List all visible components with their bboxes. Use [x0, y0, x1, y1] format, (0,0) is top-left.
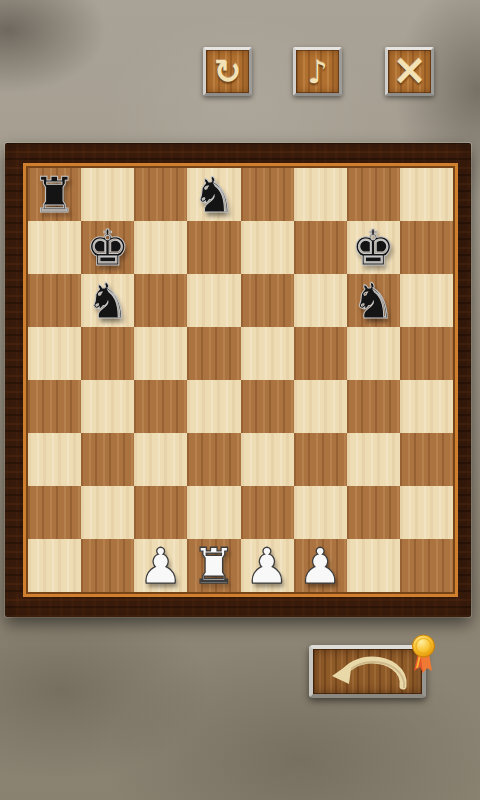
piece-white-pawn-f1[interactable]: ♟: [294, 539, 347, 592]
square-f1[interactable]: ♟: [294, 539, 347, 592]
square-h6[interactable]: [400, 274, 453, 327]
square-f8[interactable]: [294, 168, 347, 221]
square-e3[interactable]: [241, 433, 294, 486]
restart-icon: ↻: [214, 55, 242, 88]
square-d3[interactable]: [187, 433, 240, 486]
square-d5[interactable]: [187, 327, 240, 380]
square-f6[interactable]: [294, 274, 347, 327]
square-e7[interactable]: [241, 221, 294, 274]
undo-arrow-icon: [325, 652, 411, 692]
square-g3[interactable]: [347, 433, 400, 486]
square-d6[interactable]: [187, 274, 240, 327]
square-d1[interactable]: ♜: [187, 539, 240, 592]
square-g2[interactable]: [347, 486, 400, 539]
square-h4[interactable]: [400, 380, 453, 433]
music-button[interactable]: ♪: [293, 47, 342, 96]
square-h8[interactable]: [400, 168, 453, 221]
square-b1[interactable]: [81, 539, 134, 592]
square-e2[interactable]: [241, 486, 294, 539]
square-f5[interactable]: [294, 327, 347, 380]
square-b5[interactable]: [81, 327, 134, 380]
square-e5[interactable]: [241, 327, 294, 380]
square-d8[interactable]: ♞: [187, 168, 240, 221]
square-b4[interactable]: [81, 380, 134, 433]
background-texture: ↻ ♪ × ♜♞♚♚♞♞♟♜♟♟: [0, 0, 480, 800]
square-b3[interactable]: [81, 433, 134, 486]
square-g4[interactable]: [347, 380, 400, 433]
square-a4[interactable]: [28, 380, 81, 433]
square-g7[interactable]: ♚: [347, 221, 400, 274]
square-h3[interactable]: [400, 433, 453, 486]
square-c1[interactable]: ♟: [134, 539, 187, 592]
square-a8[interactable]: ♜: [28, 168, 81, 221]
piece-black-knight-b6[interactable]: ♞: [81, 274, 134, 327]
square-f2[interactable]: [294, 486, 347, 539]
square-c6[interactable]: [134, 274, 187, 327]
square-g6[interactable]: ♞: [347, 274, 400, 327]
square-a2[interactable]: [28, 486, 81, 539]
square-g1[interactable]: [347, 539, 400, 592]
undo-button[interactable]: [309, 645, 426, 698]
close-icon: ×: [392, 51, 427, 89]
square-a7[interactable]: [28, 221, 81, 274]
piece-black-rook-a8[interactable]: ♜: [28, 168, 81, 221]
piece-black-king-g7[interactable]: ♚: [347, 221, 400, 274]
square-h1[interactable]: [400, 539, 453, 592]
square-b2[interactable]: [81, 486, 134, 539]
music-note-icon: ♪: [307, 56, 327, 88]
square-d4[interactable]: [187, 380, 240, 433]
close-button[interactable]: ×: [385, 47, 434, 96]
app-screen: ↻ ♪ × ♜♞♚♚♞♞♟♜♟♟: [0, 0, 480, 800]
square-e6[interactable]: [241, 274, 294, 327]
square-b6[interactable]: ♞: [81, 274, 134, 327]
square-a3[interactable]: [28, 433, 81, 486]
piece-black-knight-g6[interactable]: ♞: [347, 274, 400, 327]
square-e8[interactable]: [241, 168, 294, 221]
restart-button[interactable]: ↻: [203, 47, 252, 96]
piece-black-knight-d8[interactable]: ♞: [187, 168, 240, 221]
square-c8[interactable]: [134, 168, 187, 221]
square-c4[interactable]: [134, 380, 187, 433]
square-c2[interactable]: [134, 486, 187, 539]
square-a1[interactable]: [28, 539, 81, 592]
chess-board: ♜♞♚♚♞♞♟♜♟♟: [28, 168, 453, 592]
square-g8[interactable]: [347, 168, 400, 221]
square-f4[interactable]: [294, 380, 347, 433]
square-h5[interactable]: [400, 327, 453, 380]
square-d2[interactable]: [187, 486, 240, 539]
square-f7[interactable]: [294, 221, 347, 274]
square-c3[interactable]: [134, 433, 187, 486]
piece-white-pawn-e1[interactable]: ♟: [241, 539, 294, 592]
piece-black-king-b7[interactable]: ♚: [81, 221, 134, 274]
square-e1[interactable]: ♟: [241, 539, 294, 592]
square-e4[interactable]: [241, 380, 294, 433]
chess-board-frame: ♜♞♚♚♞♞♟♜♟♟: [5, 143, 471, 617]
square-a5[interactable]: [28, 327, 81, 380]
square-h2[interactable]: [400, 486, 453, 539]
square-c7[interactable]: [134, 221, 187, 274]
square-a6[interactable]: [28, 274, 81, 327]
square-f3[interactable]: [294, 433, 347, 486]
square-h7[interactable]: [400, 221, 453, 274]
square-b8[interactable]: [81, 168, 134, 221]
piece-white-rook-d1[interactable]: ♜: [187, 539, 240, 592]
square-c5[interactable]: [134, 327, 187, 380]
square-b7[interactable]: ♚: [81, 221, 134, 274]
square-d7[interactable]: [187, 221, 240, 274]
piece-white-pawn-c1[interactable]: ♟: [134, 539, 187, 592]
square-g5[interactable]: [347, 327, 400, 380]
